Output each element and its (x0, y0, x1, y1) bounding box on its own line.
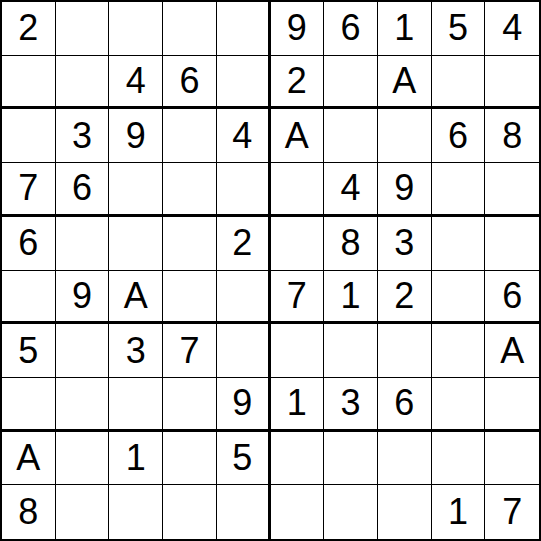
cell-r9c9[interactable] (432, 432, 486, 486)
cell-r9c7[interactable] (324, 432, 378, 486)
cell-r8c9[interactable] (432, 378, 486, 432)
cell-r3c2[interactable]: 3 (56, 109, 110, 163)
cell-r2c10[interactable] (485, 56, 539, 110)
cell-r2c7[interactable] (324, 56, 378, 110)
cell-r6c6[interactable]: 7 (271, 271, 325, 325)
cell-r3c5[interactable]: 4 (217, 109, 271, 163)
cell-r8c1[interactable] (2, 378, 56, 432)
cell-r9c2[interactable] (56, 432, 110, 486)
cell-r5c1[interactable]: 6 (2, 217, 56, 271)
cell-r1c2[interactable] (56, 2, 110, 56)
cell-r2c8[interactable]: A (378, 56, 432, 110)
cell-r2c4[interactable]: 6 (163, 56, 217, 110)
cell-r3c7[interactable] (324, 109, 378, 163)
cell-r1c10[interactable]: 4 (485, 2, 539, 56)
cell-r4c1[interactable]: 7 (2, 163, 56, 217)
cell-r6c5[interactable] (217, 271, 271, 325)
cell-r1c4[interactable] (163, 2, 217, 56)
cell-r1c9[interactable]: 5 (432, 2, 486, 56)
cell-r3c8[interactable] (378, 109, 432, 163)
cell-r4c6[interactable] (271, 163, 325, 217)
cell-r9c10[interactable] (485, 432, 539, 486)
cell-r4c8[interactable]: 9 (378, 163, 432, 217)
cell-r1c8[interactable]: 1 (378, 2, 432, 56)
cell-r4c2[interactable]: 6 (56, 163, 110, 217)
cell-r10c8[interactable] (378, 485, 432, 539)
cell-r8c4[interactable] (163, 378, 217, 432)
cell-r3c6[interactable]: A (271, 109, 325, 163)
cell-r9c3[interactable]: 1 (109, 432, 163, 486)
cell-r4c10[interactable] (485, 163, 539, 217)
cell-r2c9[interactable] (432, 56, 486, 110)
cell-r5c5[interactable]: 2 (217, 217, 271, 271)
cell-r4c3[interactable] (109, 163, 163, 217)
cell-r5c6[interactable] (271, 217, 325, 271)
cell-r9c6[interactable] (271, 432, 325, 486)
cell-r6c3[interactable]: A (109, 271, 163, 325)
cell-r8c3[interactable] (109, 378, 163, 432)
cell-r1c3[interactable] (109, 2, 163, 56)
cell-r1c7[interactable]: 6 (324, 2, 378, 56)
cell-r5c2[interactable] (56, 217, 110, 271)
cell-r3c9[interactable]: 6 (432, 109, 486, 163)
cell-r7c10[interactable]: A (485, 324, 539, 378)
cell-r1c6[interactable]: 9 (271, 2, 325, 56)
cell-r5c7[interactable]: 8 (324, 217, 378, 271)
cell-r3c4[interactable] (163, 109, 217, 163)
cell-r8c5[interactable]: 9 (217, 378, 271, 432)
cell-r1c1[interactable]: 2 (2, 2, 56, 56)
cell-r6c9[interactable] (432, 271, 486, 325)
cell-r2c5[interactable] (217, 56, 271, 110)
cell-r2c2[interactable] (56, 56, 110, 110)
cell-r8c2[interactable] (56, 378, 110, 432)
cell-r7c4[interactable]: 7 (163, 324, 217, 378)
cell-r6c1[interactable] (2, 271, 56, 325)
cell-r4c9[interactable] (432, 163, 486, 217)
cell-r8c10[interactable] (485, 378, 539, 432)
cell-r5c10[interactable] (485, 217, 539, 271)
cell-r7c6[interactable] (271, 324, 325, 378)
cell-r1c5[interactable] (217, 2, 271, 56)
cell-r5c8[interactable]: 3 (378, 217, 432, 271)
cell-r2c1[interactable] (2, 56, 56, 110)
cell-r9c5[interactable]: 5 (217, 432, 271, 486)
cell-r6c8[interactable]: 2 (378, 271, 432, 325)
cell-r8c8[interactable]: 6 (378, 378, 432, 432)
cell-r10c4[interactable] (163, 485, 217, 539)
cell-r10c7[interactable] (324, 485, 378, 539)
cell-r7c5[interactable] (217, 324, 271, 378)
cell-r3c3[interactable]: 9 (109, 109, 163, 163)
cell-r10c1[interactable]: 8 (2, 485, 56, 539)
cell-r2c3[interactable]: 4 (109, 56, 163, 110)
cell-r6c2[interactable]: 9 (56, 271, 110, 325)
cell-r10c9[interactable]: 1 (432, 485, 486, 539)
cell-r7c1[interactable]: 5 (2, 324, 56, 378)
cell-r7c3[interactable]: 3 (109, 324, 163, 378)
cell-r7c8[interactable] (378, 324, 432, 378)
cell-r6c4[interactable] (163, 271, 217, 325)
cell-r8c7[interactable]: 3 (324, 378, 378, 432)
cell-r10c2[interactable] (56, 485, 110, 539)
cell-r9c1[interactable]: A (2, 432, 56, 486)
cell-r3c1[interactable] (2, 109, 56, 163)
cell-r7c7[interactable] (324, 324, 378, 378)
cell-r10c5[interactable] (217, 485, 271, 539)
cell-r4c7[interactable]: 4 (324, 163, 378, 217)
cell-r4c5[interactable] (217, 163, 271, 217)
cell-r9c4[interactable] (163, 432, 217, 486)
cell-r8c6[interactable]: 1 (271, 378, 325, 432)
cell-r10c6[interactable] (271, 485, 325, 539)
cell-r5c3[interactable] (109, 217, 163, 271)
cell-r5c9[interactable] (432, 217, 486, 271)
cell-r10c10[interactable]: 7 (485, 485, 539, 539)
cell-r6c10[interactable]: 6 (485, 271, 539, 325)
cell-r6c7[interactable]: 1 (324, 271, 378, 325)
cell-r2c6[interactable]: 2 (271, 56, 325, 110)
sudoku-board: 296154462A394A68764962839A7126537A9136A1… (0, 0, 541, 541)
cell-r7c2[interactable] (56, 324, 110, 378)
cell-r3c10[interactable]: 8 (485, 109, 539, 163)
cell-r4c4[interactable] (163, 163, 217, 217)
cell-r9c8[interactable] (378, 432, 432, 486)
cell-r5c4[interactable] (163, 217, 217, 271)
cell-r10c3[interactable] (109, 485, 163, 539)
cell-r7c9[interactable] (432, 324, 486, 378)
